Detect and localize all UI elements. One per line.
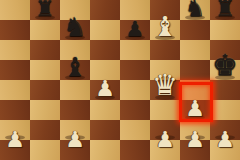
square-e6[interactable] [120,40,150,60]
square-h8[interactable]: ♜ [210,0,240,20]
square-g2[interactable]: ♟ [180,120,210,140]
square-g6[interactable] [180,40,210,60]
square-a7[interactable] [0,20,30,40]
square-h2[interactable]: ♟ [210,120,240,140]
square-g8[interactable]: ♞ [180,0,210,20]
square-h7[interactable] [210,20,240,40]
square-f2[interactable]: ♟ [150,120,180,140]
chess-app-screen: ♜♞♜♞♟♝♝♚♟♛♟♟♟♟♟♟ [0,0,240,160]
piece-white-pawn[interactable]: ♟ [65,129,85,151]
square-b8[interactable]: ♜ [30,0,60,20]
square-a8[interactable] [0,0,30,20]
square-b3[interactable] [30,100,60,120]
piece-white-pawn[interactable]: ♟ [95,78,115,100]
piece-black-bishop[interactable]: ♝ [63,54,86,80]
square-c3[interactable] [60,100,90,120]
square-d8[interactable] [90,0,120,20]
piece-black-pawn[interactable]: ♟ [126,19,145,40]
square-a3[interactable] [0,100,30,120]
square-e1[interactable] [120,140,150,160]
square-b7[interactable] [30,20,60,40]
piece-white-pawn[interactable]: ♟ [215,129,235,151]
piece-black-knight[interactable]: ♞ [185,0,206,20]
piece-black-rook[interactable]: ♜ [35,0,55,20]
square-c5[interactable]: ♝ [60,60,90,80]
chess-board: ♜♞♜♞♟♝♝♚♟♛♟♟♟♟♟♟ [0,0,240,160]
square-h5[interactable]: ♚ [210,60,240,80]
square-a5[interactable] [0,60,30,80]
square-a2[interactable]: ♟ [0,120,30,140]
square-e3[interactable] [120,100,150,120]
square-d2[interactable] [90,120,120,140]
piece-white-pawn[interactable]: ♟ [155,129,175,151]
square-f3[interactable] [150,100,180,120]
piece-black-rook[interactable]: ♜ [215,0,236,20]
square-b1[interactable] [30,140,60,160]
square-e5[interactable] [120,60,150,80]
square-c4[interactable] [60,80,90,100]
square-h3[interactable] [210,100,240,120]
square-f7[interactable]: ♝ [150,20,180,40]
square-d7[interactable] [90,20,120,40]
square-d4[interactable]: ♟ [90,80,120,100]
piece-white-pawn[interactable]: ♟ [5,129,25,151]
square-b6[interactable] [30,40,60,60]
piece-black-king[interactable]: ♚ [212,51,238,80]
square-a4[interactable] [0,80,30,100]
square-c2[interactable]: ♟ [60,120,90,140]
piece-white-pawn[interactable]: ♟ [185,98,205,120]
square-f4[interactable]: ♛ [150,80,180,100]
square-d3[interactable] [90,100,120,120]
square-d1[interactable] [90,140,120,160]
square-b5[interactable] [30,60,60,80]
square-g7[interactable] [180,20,210,40]
square-e4[interactable] [120,80,150,100]
piece-white-bishop[interactable]: ♝ [153,13,177,40]
square-d6[interactable] [90,40,120,60]
square-g5[interactable] [180,60,210,80]
square-c7[interactable]: ♞ [60,20,90,40]
square-a6[interactable] [0,40,30,60]
square-b4[interactable] [30,80,60,100]
square-e2[interactable] [120,120,150,140]
square-b2[interactable] [30,120,60,140]
piece-black-knight[interactable]: ♞ [63,14,86,40]
square-e7[interactable]: ♟ [120,20,150,40]
piece-white-queen[interactable]: ♛ [152,71,178,100]
square-h4[interactable] [210,80,240,100]
piece-white-pawn[interactable]: ♟ [185,129,205,151]
square-f6[interactable] [150,40,180,60]
